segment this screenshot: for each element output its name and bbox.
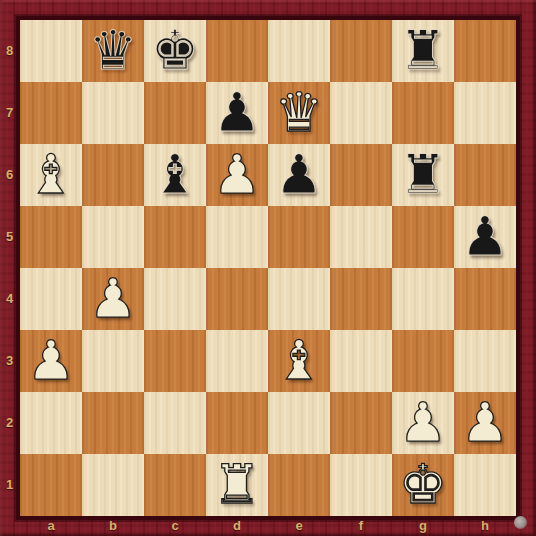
square-c3[interactable] (144, 330, 206, 392)
square-g4[interactable] (392, 268, 454, 330)
square-b3[interactable] (82, 330, 144, 392)
square-h6[interactable] (454, 144, 516, 206)
file-label-h: h (454, 516, 516, 536)
square-c8[interactable]: ♚ (144, 20, 206, 82)
file-label-a: a (20, 516, 82, 536)
piece-wp-a3[interactable]: ♟ (27, 334, 75, 388)
square-b2[interactable] (82, 392, 144, 454)
square-h1[interactable] (454, 454, 516, 516)
square-a3[interactable]: ♟ (20, 330, 82, 392)
square-e2[interactable] (268, 392, 330, 454)
square-g2[interactable]: ♟ (392, 392, 454, 454)
square-d7[interactable]: ♟ (206, 82, 268, 144)
square-h8[interactable] (454, 20, 516, 82)
chess-board: ♛♚♜♟♛♝♝♟♟♜♟♟♟♝♟♟♜♚ (20, 20, 516, 516)
file-label-g: g (392, 516, 454, 536)
square-a4[interactable] (20, 268, 82, 330)
piece-bp-e6[interactable]: ♟ (275, 148, 323, 202)
square-c5[interactable] (144, 206, 206, 268)
square-c4[interactable] (144, 268, 206, 330)
board-frame: ♛♚♜♟♛♝♝♟♟♜♟♟♟♝♟♟♜♚ 87654321 abcdefgh (0, 0, 536, 536)
square-b5[interactable] (82, 206, 144, 268)
square-d2[interactable] (206, 392, 268, 454)
rank-label-5: 5 (0, 206, 19, 268)
square-d1[interactable]: ♜ (206, 454, 268, 516)
square-a2[interactable] (20, 392, 82, 454)
square-a5[interactable] (20, 206, 82, 268)
resize-handle-dot[interactable] (514, 516, 527, 529)
square-g6[interactable]: ♜ (392, 144, 454, 206)
piece-bk-c8[interactable]: ♚ (151, 24, 199, 78)
square-b7[interactable] (82, 82, 144, 144)
square-a7[interactable] (20, 82, 82, 144)
square-d4[interactable] (206, 268, 268, 330)
square-d5[interactable] (206, 206, 268, 268)
square-e3[interactable]: ♝ (268, 330, 330, 392)
file-label-c: c (144, 516, 206, 536)
piece-wq-e7[interactable]: ♛ (275, 86, 323, 140)
rank-label-3: 3 (0, 330, 19, 392)
square-d6[interactable]: ♟ (206, 144, 268, 206)
piece-br-g8[interactable]: ♜ (399, 24, 447, 78)
file-label-e: e (268, 516, 330, 536)
piece-br-g6[interactable]: ♜ (399, 148, 447, 202)
square-g1[interactable]: ♚ (392, 454, 454, 516)
rank-label-8: 8 (0, 20, 19, 82)
square-e4[interactable] (268, 268, 330, 330)
piece-wb-a6[interactable]: ♝ (27, 148, 75, 202)
rank-label-4: 4 (0, 268, 19, 330)
square-h4[interactable] (454, 268, 516, 330)
square-c1[interactable] (144, 454, 206, 516)
square-f5[interactable] (330, 206, 392, 268)
square-b4[interactable]: ♟ (82, 268, 144, 330)
piece-bb-c6[interactable]: ♝ (151, 148, 199, 202)
file-label-d: d (206, 516, 268, 536)
square-g3[interactable] (392, 330, 454, 392)
square-e5[interactable] (268, 206, 330, 268)
rank-label-7: 7 (0, 82, 19, 144)
square-c7[interactable] (144, 82, 206, 144)
square-a1[interactable] (20, 454, 82, 516)
square-e7[interactable]: ♛ (268, 82, 330, 144)
piece-wr-d1[interactable]: ♜ (213, 458, 261, 512)
square-c2[interactable] (144, 392, 206, 454)
square-f1[interactable] (330, 454, 392, 516)
square-b8[interactable]: ♛ (82, 20, 144, 82)
square-e8[interactable] (268, 20, 330, 82)
piece-bp-d7[interactable]: ♟ (213, 86, 261, 140)
square-f6[interactable] (330, 144, 392, 206)
rank-label-2: 2 (0, 392, 19, 454)
file-label-b: b (82, 516, 144, 536)
square-h3[interactable] (454, 330, 516, 392)
square-g8[interactable]: ♜ (392, 20, 454, 82)
square-b6[interactable] (82, 144, 144, 206)
piece-wp-b4[interactable]: ♟ (89, 272, 137, 326)
file-label-f: f (330, 516, 392, 536)
square-f7[interactable] (330, 82, 392, 144)
square-b1[interactable] (82, 454, 144, 516)
square-d8[interactable] (206, 20, 268, 82)
square-e1[interactable] (268, 454, 330, 516)
square-g7[interactable] (392, 82, 454, 144)
square-h2[interactable]: ♟ (454, 392, 516, 454)
square-g5[interactable] (392, 206, 454, 268)
piece-bq-b8[interactable]: ♛ (89, 24, 137, 78)
piece-wp-h2[interactable]: ♟ (461, 396, 509, 450)
piece-bp-h5[interactable]: ♟ (461, 210, 509, 264)
piece-wp-d6[interactable]: ♟ (213, 148, 261, 202)
rank-label-1: 1 (0, 454, 19, 516)
square-h5[interactable]: ♟ (454, 206, 516, 268)
rank-label-6: 6 (0, 144, 19, 206)
square-d3[interactable] (206, 330, 268, 392)
square-a8[interactable] (20, 20, 82, 82)
square-f4[interactable] (330, 268, 392, 330)
square-e6[interactable]: ♟ (268, 144, 330, 206)
square-f2[interactable] (330, 392, 392, 454)
square-a6[interactable]: ♝ (20, 144, 82, 206)
square-h7[interactable] (454, 82, 516, 144)
piece-wb-e3[interactable]: ♝ (275, 334, 323, 388)
square-c6[interactable]: ♝ (144, 144, 206, 206)
square-f8[interactable] (330, 20, 392, 82)
square-f3[interactable] (330, 330, 392, 392)
piece-wp-g2[interactable]: ♟ (399, 396, 447, 450)
piece-wk-g1[interactable]: ♚ (399, 458, 447, 512)
